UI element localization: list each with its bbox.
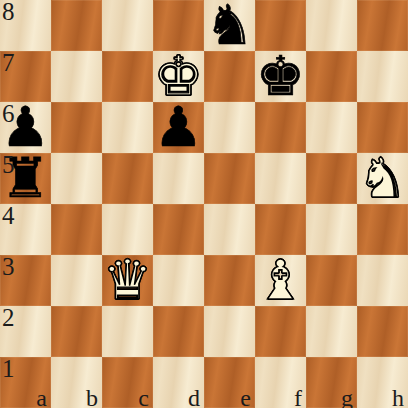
square-h8[interactable] [357, 0, 408, 51]
square-b3[interactable] [51, 255, 102, 306]
square-g4[interactable] [306, 204, 357, 255]
square-h5[interactable]: ♞ [357, 153, 408, 204]
white-queen[interactable]: ♛ [103, 255, 152, 306]
black-knight[interactable]: ♞ [205, 0, 254, 51]
file-label-d: d [188, 386, 200, 408]
square-d1[interactable]: d [153, 357, 204, 408]
square-e6[interactable] [204, 102, 255, 153]
file-label-e: e [240, 386, 251, 408]
square-h7[interactable] [357, 51, 408, 102]
square-c1[interactable]: c [102, 357, 153, 408]
square-e2[interactable] [204, 306, 255, 357]
square-d6[interactable]: ♟ [153, 102, 204, 153]
square-e7[interactable] [204, 51, 255, 102]
square-c6[interactable] [102, 102, 153, 153]
square-a2[interactable]: 2 [0, 306, 51, 357]
square-d3[interactable] [153, 255, 204, 306]
black-pawn[interactable]: ♟ [154, 102, 203, 153]
square-h4[interactable] [357, 204, 408, 255]
black-rook[interactable]: ♜ [1, 153, 50, 204]
white-knight[interactable]: ♞ [358, 153, 407, 204]
square-f3[interactable]: ♝ [255, 255, 306, 306]
square-b4[interactable] [51, 204, 102, 255]
square-g7[interactable] [306, 51, 357, 102]
square-f1[interactable]: f [255, 357, 306, 408]
square-g3[interactable] [306, 255, 357, 306]
square-a5[interactable]: ♜5 [0, 153, 51, 204]
chess-board-screenshot: 8♞7♚♚♟6♟♜5♞43♛♝21abcdefgh [0, 0, 408, 408]
square-f7[interactable]: ♚ [255, 51, 306, 102]
file-label-f: f [294, 386, 302, 408]
rank-label-3: 3 [2, 254, 15, 279]
white-bishop[interactable]: ♝ [256, 255, 305, 306]
file-label-c: c [138, 386, 149, 408]
square-c8[interactable] [102, 0, 153, 51]
square-e1[interactable]: e [204, 357, 255, 408]
rank-label-8: 8 [2, 0, 15, 24]
square-d2[interactable] [153, 306, 204, 357]
file-label-a: a [36, 386, 47, 408]
square-a1[interactable]: 1a [0, 357, 51, 408]
square-g1[interactable]: g [306, 357, 357, 408]
square-c2[interactable] [102, 306, 153, 357]
square-g5[interactable] [306, 153, 357, 204]
square-b1[interactable]: b [51, 357, 102, 408]
square-a8[interactable]: 8 [0, 0, 51, 51]
black-king[interactable]: ♚ [256, 51, 305, 102]
square-e5[interactable] [204, 153, 255, 204]
square-b8[interactable] [51, 0, 102, 51]
square-h1[interactable]: h [357, 357, 408, 408]
square-e3[interactable] [204, 255, 255, 306]
square-b5[interactable] [51, 153, 102, 204]
square-b6[interactable] [51, 102, 102, 153]
square-d5[interactable] [153, 153, 204, 204]
square-b7[interactable] [51, 51, 102, 102]
square-e8[interactable]: ♞ [204, 0, 255, 51]
square-e4[interactable] [204, 204, 255, 255]
square-h3[interactable] [357, 255, 408, 306]
rank-label-7: 7 [2, 50, 15, 75]
square-c5[interactable] [102, 153, 153, 204]
square-c7[interactable] [102, 51, 153, 102]
rank-label-2: 2 [2, 305, 15, 330]
square-h2[interactable] [357, 306, 408, 357]
chess-board: 8♞7♚♚♟6♟♜5♞43♛♝21abcdefgh [0, 0, 408, 408]
square-a3[interactable]: 3 [0, 255, 51, 306]
square-f6[interactable] [255, 102, 306, 153]
square-a4[interactable]: 4 [0, 204, 51, 255]
square-d4[interactable] [153, 204, 204, 255]
file-label-b: b [86, 386, 98, 408]
square-g2[interactable] [306, 306, 357, 357]
square-f5[interactable] [255, 153, 306, 204]
square-g6[interactable] [306, 102, 357, 153]
square-b2[interactable] [51, 306, 102, 357]
file-label-h: h [392, 386, 404, 408]
square-g8[interactable] [306, 0, 357, 51]
square-c3[interactable]: ♛ [102, 255, 153, 306]
square-f2[interactable] [255, 306, 306, 357]
file-label-g: g [341, 386, 353, 408]
rank-label-1: 1 [2, 356, 15, 381]
